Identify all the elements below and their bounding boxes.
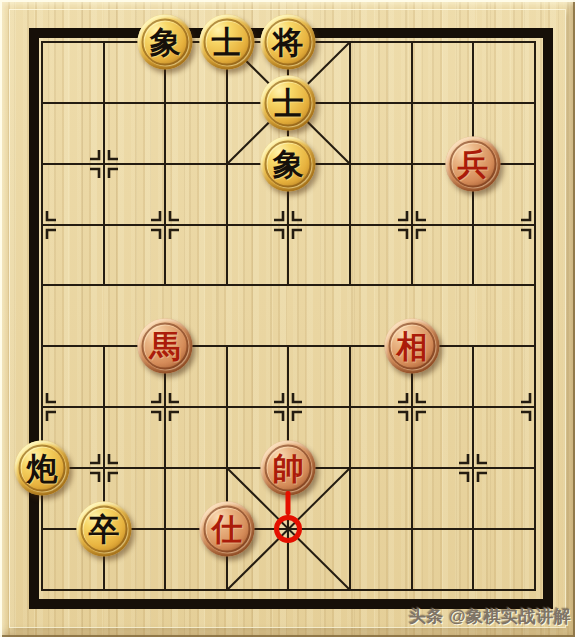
point-mark [151,230,160,239]
point-mark [521,211,530,220]
point-mark [47,211,56,220]
point-mark [151,412,160,421]
move-target-circle [274,515,302,543]
point-mark [459,454,468,463]
piece-red-horse[interactable]: 馬 [138,319,193,374]
point-mark [398,412,407,421]
piece-black-general[interactable]: 将 [261,15,316,70]
piece-black-elephant[interactable]: 象 [261,137,316,192]
point-mark [47,230,56,239]
point-mark [170,412,179,421]
piece-glyph: 象 [150,27,181,58]
piece-glyph: 兵 [458,149,489,180]
point-mark [293,412,302,421]
piece-glyph: 相 [397,331,428,362]
point-mark [398,230,407,239]
piece-black-advisor[interactable]: 士 [261,76,316,131]
point-mark [170,393,179,402]
piece-glyph: 士 [212,27,243,58]
point-mark [274,412,283,421]
piece-black-cannon[interactable]: 炮 [15,441,70,496]
piece-black-elephant[interactable]: 象 [138,15,193,70]
point-mark [478,473,487,482]
point-mark [274,211,283,220]
xiangqi-board: 象士将士象兵馬相炮帥卒仕 头条 @象棋实战讲解 [0,0,575,637]
watermark: 头条 @象棋实战讲解 [409,605,571,628]
point-mark [521,230,530,239]
point-mark [109,169,118,178]
point-mark [170,211,179,220]
point-mark [478,454,487,463]
point-mark [293,393,302,402]
point-mark [90,150,99,159]
piece-black-soldier[interactable]: 卒 [77,502,132,557]
point-mark [521,393,530,402]
piece-glyph: 卒 [89,514,120,545]
point-mark [90,169,99,178]
piece-red-elephant[interactable]: 相 [385,319,440,374]
piece-red-advisor[interactable]: 仕 [200,502,255,557]
piece-red-soldier[interactable]: 兵 [446,137,501,192]
point-mark [398,393,407,402]
point-mark [151,393,160,402]
point-mark [47,412,56,421]
point-mark [417,230,426,239]
point-mark [417,412,426,421]
point-mark [151,211,160,220]
point-mark [90,473,99,482]
piece-glyph: 炮 [27,453,58,484]
point-mark [521,412,530,421]
point-mark [293,230,302,239]
point-mark [47,393,56,402]
point-mark [170,230,179,239]
piece-black-advisor[interactable]: 士 [200,15,255,70]
point-mark [274,393,283,402]
piece-glyph: 馬 [150,331,181,362]
point-mark [90,454,99,463]
piece-glyph: 士 [273,88,304,119]
point-mark [109,473,118,482]
piece-glyph: 将 [273,27,304,58]
piece-glyph: 象 [273,149,304,180]
piece-glyph: 仕 [212,514,243,545]
point-mark [293,211,302,220]
point-mark [109,150,118,159]
point-mark [417,393,426,402]
piece-red-general[interactable]: 帥 [261,441,316,496]
point-mark [274,230,283,239]
point-mark [398,211,407,220]
point-mark [109,454,118,463]
point-mark [459,473,468,482]
point-mark [417,211,426,220]
piece-glyph: 帥 [273,453,304,484]
